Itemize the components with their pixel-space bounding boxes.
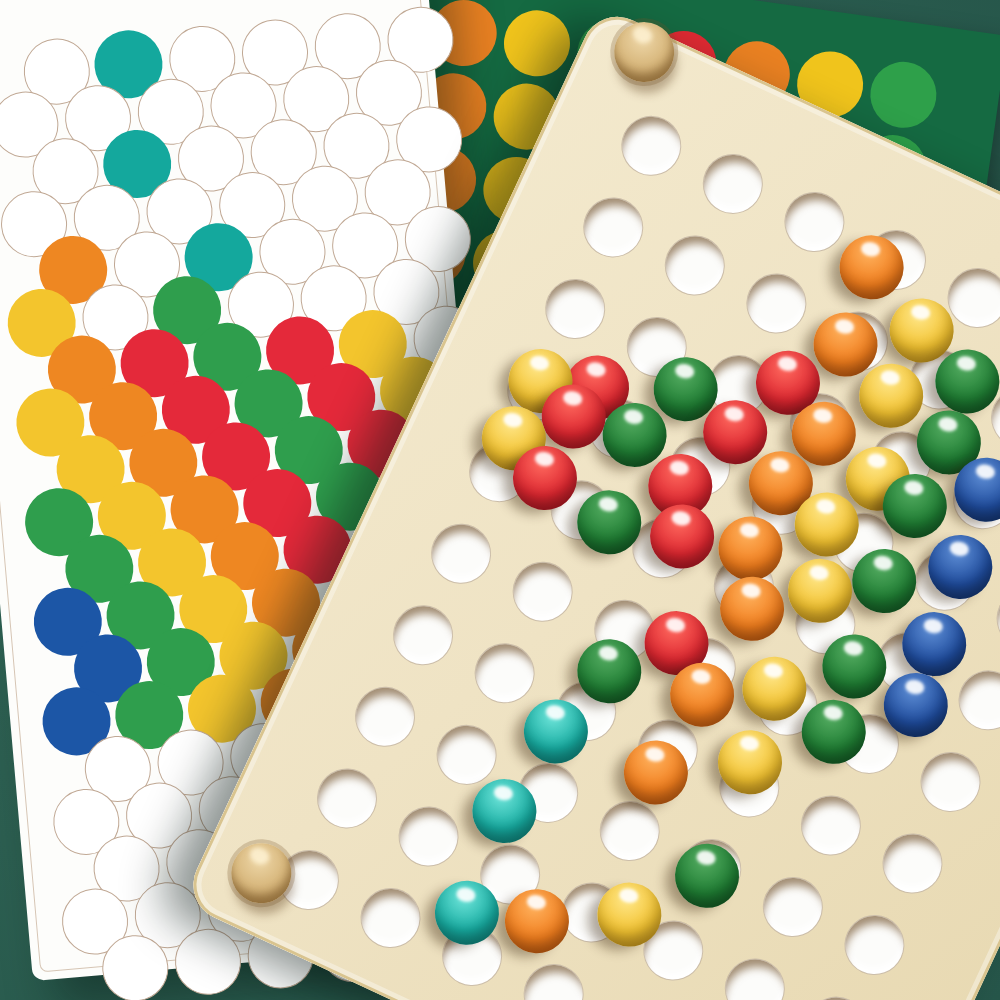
- scene-photo-bead-board: [0, 0, 1000, 1000]
- board-hole-r9-c1[interactable]: [351, 878, 431, 958]
- board-hole-r2-c0[interactable]: [535, 269, 615, 349]
- board-hole-r8-c0[interactable]: [307, 759, 387, 839]
- board-hole-r6-c5[interactable]: [791, 786, 871, 866]
- board-hole-r7-c0[interactable]: [345, 677, 425, 757]
- board-hole-r8-c1[interactable]: [389, 797, 469, 877]
- board-hole-r6-c1[interactable]: [465, 633, 545, 713]
- board-hole-r7-c5[interactable]: [753, 867, 833, 947]
- board-hole-r0-c0[interactable]: [611, 106, 691, 186]
- board-hole-r3-c6[interactable]: [987, 579, 1000, 659]
- board-hole-r0-c1[interactable]: [693, 144, 773, 224]
- board-hole-r6-c0[interactable]: [383, 595, 463, 675]
- board-hole-r5-c6[interactable]: [911, 742, 991, 822]
- board-hole-r4-c6[interactable]: [949, 660, 1000, 740]
- board-hole-r8-c6[interactable]: [797, 987, 877, 1000]
- board-hole-r6-c6[interactable]: [873, 824, 953, 904]
- green-card-dot-yellow: [500, 6, 575, 81]
- board-hole-r1-c1[interactable]: [655, 226, 735, 306]
- board-hole-r5-c0[interactable]: [421, 514, 501, 594]
- green-card-dot-green: [866, 58, 941, 133]
- board-hole-r1-c0[interactable]: [573, 188, 653, 268]
- board-hole-r5-c1[interactable]: [503, 552, 583, 632]
- board-hole-r8-c5[interactable]: [715, 949, 795, 1000]
- bead-green-39[interactable]: [664, 833, 749, 918]
- board-hole-r9-c3[interactable]: [514, 954, 594, 1000]
- board-hole-r1-c2[interactable]: [737, 264, 817, 344]
- board-hole-r7-c6[interactable]: [835, 905, 915, 985]
- board-hole-r0-c2[interactable]: [775, 182, 855, 262]
- board-hole-r9-c4[interactable]: [595, 992, 675, 1000]
